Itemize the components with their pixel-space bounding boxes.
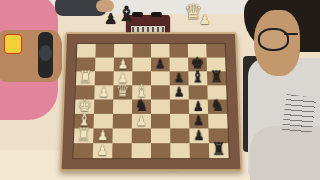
square-b6[interactable] <box>170 128 189 143</box>
left-player-shirt-logo <box>4 34 22 54</box>
clock-button-right[interactable] <box>151 12 162 17</box>
black-pawn-piece[interactable]: ♟ <box>174 71 185 84</box>
square-d6[interactable] <box>170 100 189 114</box>
square-d8[interactable]: ♞ <box>208 100 227 114</box>
square-e3[interactable]: ♛ <box>113 85 132 99</box>
square-f7[interactable]: ♝ <box>188 71 207 85</box>
square-g5[interactable]: ♟ <box>151 58 170 72</box>
white-pawn-piece[interactable]: ♟ <box>118 57 129 70</box>
black-rook-piece[interactable]: ♜ <box>210 69 224 85</box>
square-a2[interactable]: ♟ <box>93 143 113 158</box>
white-rook-piece[interactable]: ♜ <box>77 126 91 143</box>
black-rook-piece[interactable]: ♜ <box>212 141 226 159</box>
square-e5[interactable] <box>151 85 170 99</box>
square-h6[interactable] <box>169 44 188 58</box>
square-c3[interactable] <box>113 114 132 129</box>
white-pawn-piece[interactable]: ♟ <box>136 113 147 127</box>
square-h1[interactable] <box>77 44 96 58</box>
square-g4[interactable] <box>132 58 151 72</box>
right-player-shirt-print <box>282 94 317 136</box>
black-pawn-piece[interactable]: ♟ <box>155 57 166 70</box>
square-b5[interactable] <box>151 128 170 143</box>
board-grid: ♟♟♚♜♟♟♝♜♟♛♝♟♚♞♟♞♝♟♟♜♟♟♟♜ <box>73 44 228 158</box>
black-pawn-piece[interactable]: ♟ <box>193 113 204 127</box>
white-pawn-piece[interactable]: ♟ <box>97 128 108 142</box>
square-a4[interactable] <box>132 143 151 158</box>
captured-black-pieces-tray: ♟♝ <box>102 2 142 32</box>
square-h8[interactable] <box>206 44 225 58</box>
offboard-white-pieces: ♛♟ <box>182 0 218 34</box>
square-f1[interactable]: ♜ <box>76 71 95 85</box>
square-f5[interactable] <box>151 71 170 85</box>
square-c4[interactable]: ♟ <box>132 114 151 129</box>
square-d2[interactable] <box>94 100 113 114</box>
chess-board: ♟♟♚♜♟♟♝♜♟♛♝♟♚♞♟♞♝♟♟♜♟♟♟♜ <box>60 32 243 171</box>
black-knight-piece[interactable]: ♞ <box>210 97 224 114</box>
square-b7[interactable]: ♟ <box>189 128 209 143</box>
square-c5[interactable] <box>151 114 170 129</box>
square-a6[interactable] <box>170 143 190 158</box>
square-g2[interactable] <box>95 58 114 72</box>
white-pawn-piece[interactable]: ♟ <box>98 85 109 98</box>
square-e2[interactable]: ♟ <box>94 85 113 99</box>
glasses-icon <box>258 28 289 51</box>
white-queen-piece[interactable]: ♛ <box>116 83 130 100</box>
square-b1[interactable]: ♜ <box>74 128 94 143</box>
square-b4[interactable] <box>132 128 151 143</box>
black-pawn-piece[interactable]: ♟ <box>193 99 204 113</box>
black-pawn-piece[interactable]: ♟ <box>193 128 204 142</box>
square-f8[interactable]: ♜ <box>207 71 226 85</box>
square-a8[interactable]: ♜ <box>209 143 229 158</box>
black-knight-piece[interactable]: ♞ <box>135 97 148 114</box>
square-d3[interactable] <box>113 100 132 114</box>
square-d5[interactable] <box>151 100 170 114</box>
square-a3[interactable] <box>112 143 132 158</box>
white-pawn-piece[interactable]: ♟ <box>97 142 108 156</box>
square-c6[interactable] <box>170 114 189 129</box>
offboard-white-pawn: ♟ <box>199 13 211 26</box>
square-b3[interactable] <box>112 128 131 143</box>
black-bishop-piece[interactable]: ♝ <box>191 69 205 85</box>
white-rook-piece[interactable]: ♜ <box>79 69 93 85</box>
offboard-black-pawn: ♟ <box>104 12 117 27</box>
square-a5[interactable] <box>151 143 170 158</box>
offboard-black-bishop: ♝ <box>117 4 136 25</box>
glasses-arm <box>284 33 298 35</box>
square-h2[interactable] <box>95 44 114 58</box>
square-a7[interactable] <box>190 143 210 158</box>
square-e6[interactable]: ♟ <box>170 85 189 99</box>
wristwatch-face <box>38 44 53 62</box>
black-pawn-piece[interactable]: ♟ <box>174 85 185 98</box>
square-a1[interactable] <box>73 143 93 158</box>
square-h4[interactable] <box>132 44 151 58</box>
square-c8[interactable] <box>208 114 228 129</box>
